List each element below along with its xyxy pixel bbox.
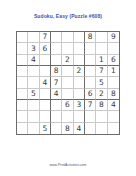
- sudoku-cell[interactable]: [74, 43, 85, 54]
- sudoku-cell[interactable]: 1: [96, 55, 107, 66]
- sudoku-cell[interactable]: 6: [85, 89, 96, 100]
- sudoku-board: 78936421682714755462863784584: [16, 31, 120, 135]
- sudoku-cell[interactable]: [28, 100, 39, 111]
- sudoku-cell[interactable]: 2: [96, 89, 107, 100]
- sudoku-cell[interactable]: [28, 32, 39, 43]
- sudoku-cell[interactable]: [17, 77, 28, 88]
- sudoku-cell[interactable]: [28, 66, 39, 77]
- sudoku-cell[interactable]: [85, 111, 96, 122]
- sudoku-cell[interactable]: 4: [40, 77, 51, 88]
- sudoku-cell[interactable]: [62, 66, 73, 77]
- sudoku-cell[interactable]: [108, 77, 119, 88]
- sudoku-cell[interactable]: [17, 123, 28, 134]
- sudoku-cell[interactable]: 8: [85, 32, 96, 43]
- sudoku-cell[interactable]: 5: [40, 123, 51, 134]
- sudoku-cell[interactable]: 8: [96, 100, 107, 111]
- sudoku-cell[interactable]: [51, 32, 62, 43]
- sudoku-cell[interactable]: [40, 89, 51, 100]
- sudoku-cell[interactable]: [51, 123, 62, 134]
- sudoku-cell[interactable]: [96, 43, 107, 54]
- sudoku-cell[interactable]: [108, 43, 119, 54]
- sudoku-cell[interactable]: [96, 123, 107, 134]
- sudoku-cell[interactable]: [62, 111, 73, 122]
- sudoku-cell[interactable]: [74, 32, 85, 43]
- sudoku-cell[interactable]: [51, 43, 62, 54]
- sudoku-cell[interactable]: 5: [28, 89, 39, 100]
- sudoku-cell[interactable]: 4: [74, 123, 85, 134]
- sudoku-cell[interactable]: [62, 89, 73, 100]
- sudoku-cell[interactable]: 3: [74, 100, 85, 111]
- sudoku-cell[interactable]: [108, 111, 119, 122]
- sudoku-cell[interactable]: [17, 111, 28, 122]
- sudoku-cell[interactable]: 6: [40, 43, 51, 54]
- sudoku-cell[interactable]: [40, 55, 51, 66]
- sudoku-cell[interactable]: [40, 100, 51, 111]
- sudoku-cell[interactable]: [51, 111, 62, 122]
- sudoku-cell[interactable]: [85, 55, 96, 66]
- sudoku-cell[interactable]: [96, 32, 107, 43]
- sudoku-cell[interactable]: 2: [62, 55, 73, 66]
- sudoku-cell[interactable]: 2: [74, 66, 85, 77]
- sudoku-cell[interactable]: [40, 66, 51, 77]
- sudoku-cell[interactable]: [28, 111, 39, 122]
- sudoku-cell[interactable]: [28, 123, 39, 134]
- sudoku-cell[interactable]: [74, 111, 85, 122]
- sudoku-cell[interactable]: [85, 123, 96, 134]
- sudoku-cell[interactable]: 7: [40, 32, 51, 43]
- sudoku-cell[interactable]: 5: [96, 77, 107, 88]
- sudoku-cell[interactable]: [17, 55, 28, 66]
- sudoku-cell[interactable]: 4: [28, 55, 39, 66]
- sudoku-cell[interactable]: 8: [62, 123, 73, 134]
- sudoku-cell[interactable]: [51, 100, 62, 111]
- footer-url[interactable]: www.PrintActivities.com: [0, 163, 136, 167]
- sudoku-cell[interactable]: 8: [51, 66, 62, 77]
- sudoku-cell[interactable]: 6: [108, 55, 119, 66]
- sudoku-cell[interactable]: 1: [108, 66, 119, 77]
- sudoku-cell[interactable]: 7: [96, 66, 107, 77]
- sudoku-cell[interactable]: [17, 66, 28, 77]
- sudoku-cell[interactable]: [17, 43, 28, 54]
- page-title: Sudoku, Easy (Puzzle #608): [0, 13, 136, 19]
- sudoku-cell[interactable]: [85, 77, 96, 88]
- sudoku-cell[interactable]: 7: [51, 77, 62, 88]
- sudoku-cell[interactable]: [28, 77, 39, 88]
- sudoku-cell[interactable]: [40, 111, 51, 122]
- sudoku-cell[interactable]: [85, 43, 96, 54]
- sudoku-cell[interactable]: 3: [28, 43, 39, 54]
- sudoku-cell[interactable]: [74, 77, 85, 88]
- sudoku-cell[interactable]: [62, 77, 73, 88]
- sudoku-cell[interactable]: [96, 111, 107, 122]
- sudoku-cell[interactable]: [51, 55, 62, 66]
- sudoku-cell[interactable]: 7: [85, 100, 96, 111]
- sudoku-cell[interactable]: 8: [108, 89, 119, 100]
- sudoku-cell[interactable]: [17, 32, 28, 43]
- sudoku-cell[interactable]: [62, 32, 73, 43]
- sudoku-cell[interactable]: [74, 89, 85, 100]
- sudoku-cell[interactable]: [17, 100, 28, 111]
- sudoku-cell[interactable]: 6: [62, 100, 73, 111]
- sudoku-cell[interactable]: 9: [108, 32, 119, 43]
- sudoku-cell[interactable]: [17, 89, 28, 100]
- sudoku-cell[interactable]: [85, 66, 96, 77]
- sudoku-cell[interactable]: [62, 43, 73, 54]
- sudoku-cell[interactable]: 4: [108, 100, 119, 111]
- sudoku-cell[interactable]: 4: [51, 89, 62, 100]
- sudoku-cell[interactable]: [108, 123, 119, 134]
- sudoku-cell[interactable]: [74, 55, 85, 66]
